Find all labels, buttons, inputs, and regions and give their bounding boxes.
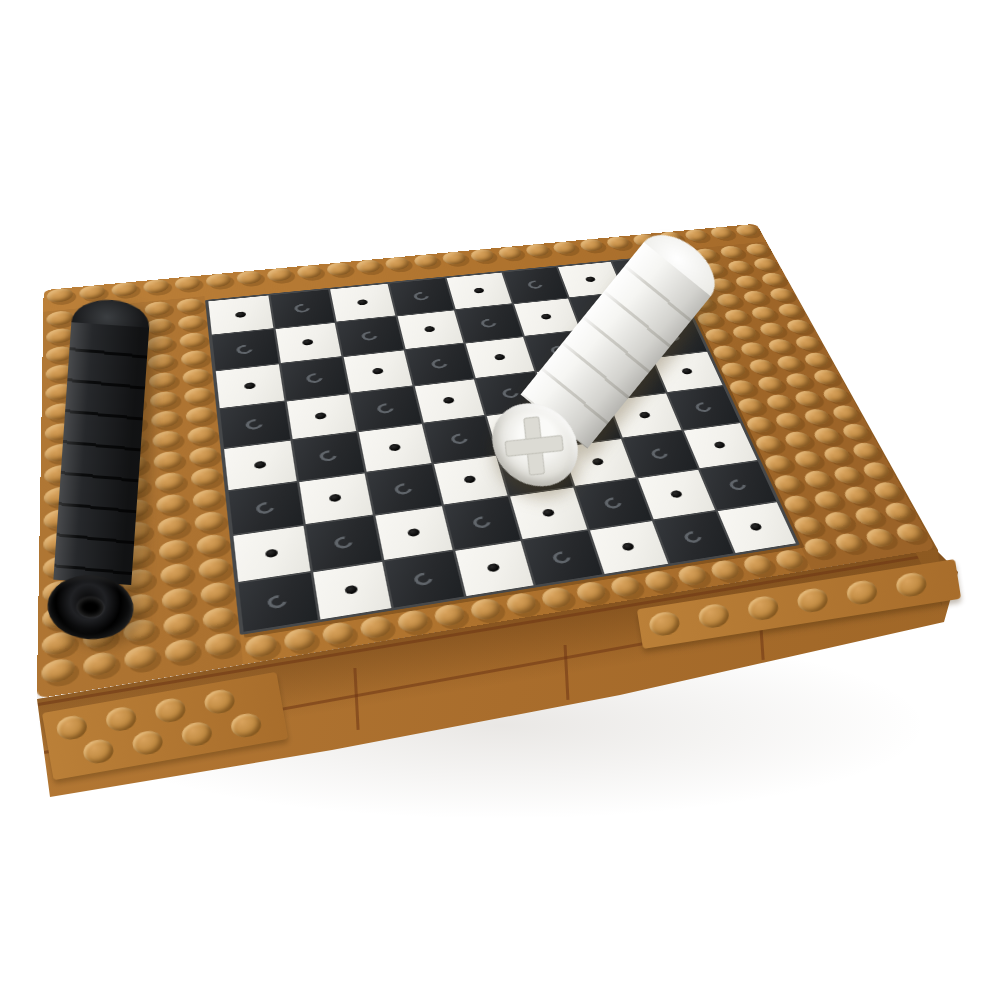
brick-seam [353,668,359,730]
stud-dot [302,339,314,346]
stud-crescent [234,343,256,356]
stud-dot [329,494,342,503]
stud-crescent [374,401,397,415]
board-square[interactable] [456,304,522,342]
stud-dot [494,354,506,361]
board-square[interactable] [384,551,463,608]
stud-crescent [448,432,471,446]
stud-dot [443,397,455,405]
board-square[interactable] [359,424,431,471]
stud-crescent [291,302,313,314]
stud-crescent [478,317,499,329]
board-square[interactable] [466,337,534,377]
board-square[interactable] [503,267,568,303]
brick-seam [564,645,570,700]
stud-dot [244,382,256,390]
board-square[interactable] [281,357,349,400]
board-square[interactable] [238,572,317,631]
board-square[interactable] [286,394,356,439]
board-square[interactable] [397,310,463,349]
stud [180,720,214,748]
board-square[interactable] [653,352,723,393]
stud-crescent [601,495,624,510]
stud-dot [254,461,267,470]
stud-dot [487,563,501,573]
stud-crescent [726,478,749,493]
stud-crescent [525,279,545,290]
board-square[interactable] [389,278,454,315]
stud [104,705,138,733]
stud-dot [265,548,278,558]
board-square[interactable] [292,432,364,480]
board-square[interactable] [414,379,484,423]
stud-dot [592,458,605,466]
stud-crescent [411,290,432,302]
board-square[interactable] [224,441,296,490]
stud-crescent [411,570,436,587]
board-square[interactable] [212,329,278,370]
stud [697,602,730,629]
stud [154,696,188,724]
board-square[interactable] [513,298,579,336]
stud-crescent [550,549,575,566]
stud-dot [407,528,420,537]
board-square[interactable] [455,541,534,597]
board-square[interactable] [337,316,403,356]
stud-crescent [331,534,356,551]
stud-dot [749,523,763,532]
board-square[interactable] [575,479,651,529]
stud-crescent [316,449,340,464]
stud-crescent [649,446,671,460]
stud-dot [388,443,401,451]
stud [895,571,928,598]
stud [796,587,829,614]
stud-crescent [359,330,381,342]
stud-crescent [243,417,267,431]
stud-dot [585,276,596,282]
stud [82,738,116,766]
board-square[interactable] [367,464,441,514]
board-square[interactable] [668,386,740,429]
board-square[interactable] [523,531,602,585]
board-square[interactable] [330,284,395,321]
stud-crescent [692,401,714,414]
stud-dot [714,441,727,449]
board-square[interactable] [447,273,512,309]
stud-dot [473,287,484,293]
stud-dot [345,585,359,595]
board-square[interactable] [312,562,391,620]
board-square[interactable] [220,402,290,448]
stud-dot [357,299,368,306]
stud-dot [424,326,436,333]
stud [747,594,780,621]
stud-dot [622,542,636,551]
stud-dot [372,367,384,374]
stud [55,714,89,742]
stud [131,729,165,757]
stud [229,711,263,739]
board-square[interactable] [351,386,421,430]
stud-dot [681,368,693,375]
stud-dot [464,475,477,484]
black-stack-socket-hole [77,596,104,618]
stud-crescent [428,358,450,371]
stud-crescent [681,529,705,545]
board-square[interactable] [344,350,412,392]
board-square[interactable] [444,497,520,549]
stud-crescent [303,372,326,385]
board-square[interactable] [208,296,272,335]
stud [648,610,681,637]
stud-crescent [469,514,493,530]
board-square[interactable] [405,344,473,385]
photo-canvas [0,0,1000,1000]
stud-crescent [253,500,278,516]
board-square[interactable] [275,323,341,363]
stud-dot [315,412,327,420]
stud [845,579,878,606]
stud-dot [669,490,682,499]
board-square[interactable] [270,290,335,328]
stud-dot [541,508,554,517]
board-square[interactable] [299,473,373,524]
stud-dot [638,411,651,419]
stud [203,688,237,716]
stud-dot [235,311,246,318]
stud-crescent [392,481,416,496]
board-square[interactable] [216,364,284,407]
stud-crescent [264,592,290,610]
stud-dot [541,313,553,320]
